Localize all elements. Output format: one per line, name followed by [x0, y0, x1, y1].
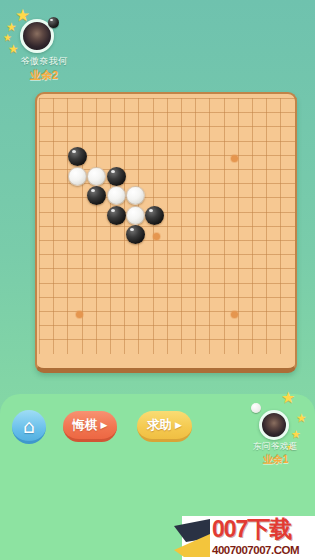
help-label: 求助 [147, 417, 172, 434]
player2-name: 东问爷戏逛 [236, 441, 315, 453]
home-button[interactable]: ⌂ [12, 410, 46, 444]
player2-rank: 业余1 [236, 453, 315, 467]
board-star-point [76, 311, 83, 318]
undo-bubble-icon: ▶ [101, 420, 108, 430]
undo-label: 悔棋 [73, 417, 98, 434]
star-icon: ★ [296, 412, 307, 424]
watermark-title: 007下载 [212, 514, 315, 545]
help-bubble-icon: ▶ [175, 420, 182, 430]
star-icon: ★ [291, 429, 301, 440]
watermark-url: 4007007007.COM [212, 544, 315, 556]
watermark-logo-icon [172, 518, 212, 558]
player2-avatar[interactable] [259, 410, 289, 440]
undo-move-button[interactable]: 悔棋 ▶ [63, 411, 117, 442]
watermark-banner[interactable]: 007下载 4007007007.COM [182, 516, 315, 560]
home-icon: ⌂ [23, 415, 35, 437]
player1-name: 爷傲奈我何 [0, 55, 88, 68]
gomoku-board[interactable] [35, 92, 297, 373]
help-button[interactable]: 求助 ▶ [137, 411, 192, 442]
game-screen: ★★★★ 爷傲奈我何 业余2 ⌂ 悔棋 ▶ 求助 ▶ ★★★★ 东问爷戏逛 业余… [0, 0, 315, 560]
player1-black-stone-icon [48, 17, 59, 28]
star-icon: ★ [8, 43, 19, 55]
star-icon: ★ [281, 390, 295, 406]
board-star-point [231, 311, 238, 318]
player1-rank: 业余2 [0, 68, 88, 83]
player2-white-stone-icon [251, 403, 261, 413]
